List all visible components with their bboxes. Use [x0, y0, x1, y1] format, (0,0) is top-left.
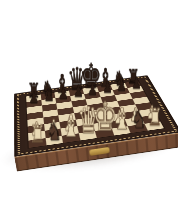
piece-white-pawn: ♟	[80, 113, 93, 131]
camera-roll: ♜♞♝♛♚♝♞♜♟♟♟♟♟♟♟♟♟♟♟♟♟♟♟♟♜♞♝♛♚♝♞♜	[0, 0, 178, 222]
piece-white-knight: ♞	[130, 107, 147, 131]
piece-white-bishop: ♝	[111, 104, 132, 134]
piece-white-pawn: ♟	[30, 120, 43, 138]
piece-white-pawn: ♟	[63, 115, 76, 133]
piece-white-pawn: ♟	[145, 104, 158, 122]
piece-white-knight: ♞	[46, 119, 63, 143]
piece-white-pawn: ♟	[113, 108, 126, 126]
piece-white-rook: ♜	[29, 122, 46, 146]
chess-board: ♜♞♝♛♚♝♞♜♟♟♟♟♟♟♟♟♟♟♟♟♟♟♟♟♜♞♝♛♚♝♞♜	[14, 75, 178, 157]
perspective-scene: ♜♞♝♛♚♝♞♜♟♟♟♟♟♟♟♟♟♟♟♟♟♟♟♟♜♞♝♛♚♝♞♜	[0, 0, 178, 222]
piece-white-pawn: ♟	[96, 111, 109, 129]
piece-white-pawn: ♟	[47, 118, 60, 136]
piece-white-bishop: ♝	[61, 111, 82, 141]
piece-white-pawn: ♟	[129, 106, 142, 124]
piece-white-rook: ♜	[147, 105, 164, 129]
chess-set-photo: ♜♞♝♛♚♝♞♜♟♟♟♟♟♟♟♟♟♟♟♟♟♟♟♟♜♞♝♛♚♝♞♜	[0, 0, 178, 222]
brass-clasp-icon	[89, 147, 110, 156]
